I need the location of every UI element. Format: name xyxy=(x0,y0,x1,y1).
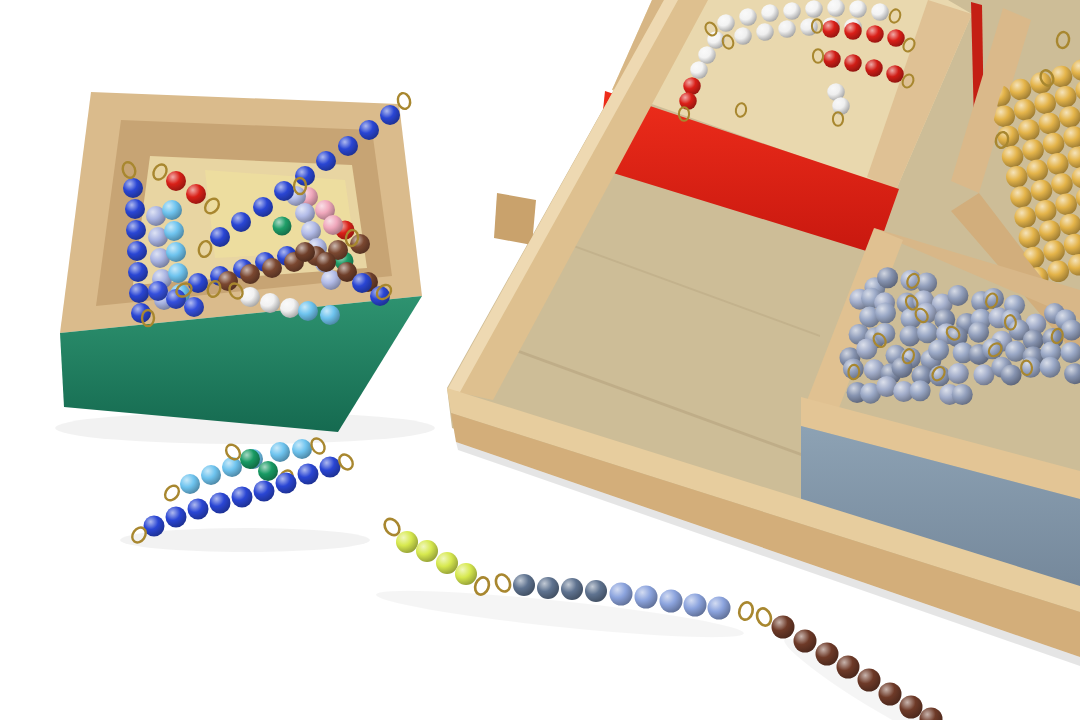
tray-handle-block xyxy=(494,193,536,245)
loose-blue9-bar xyxy=(144,457,341,537)
chain-yellow4-bar xyxy=(396,531,477,585)
montessori-bead-material-photo xyxy=(0,0,1080,720)
chain-brown8-bar xyxy=(772,616,943,720)
scene-canvas xyxy=(0,0,1080,720)
